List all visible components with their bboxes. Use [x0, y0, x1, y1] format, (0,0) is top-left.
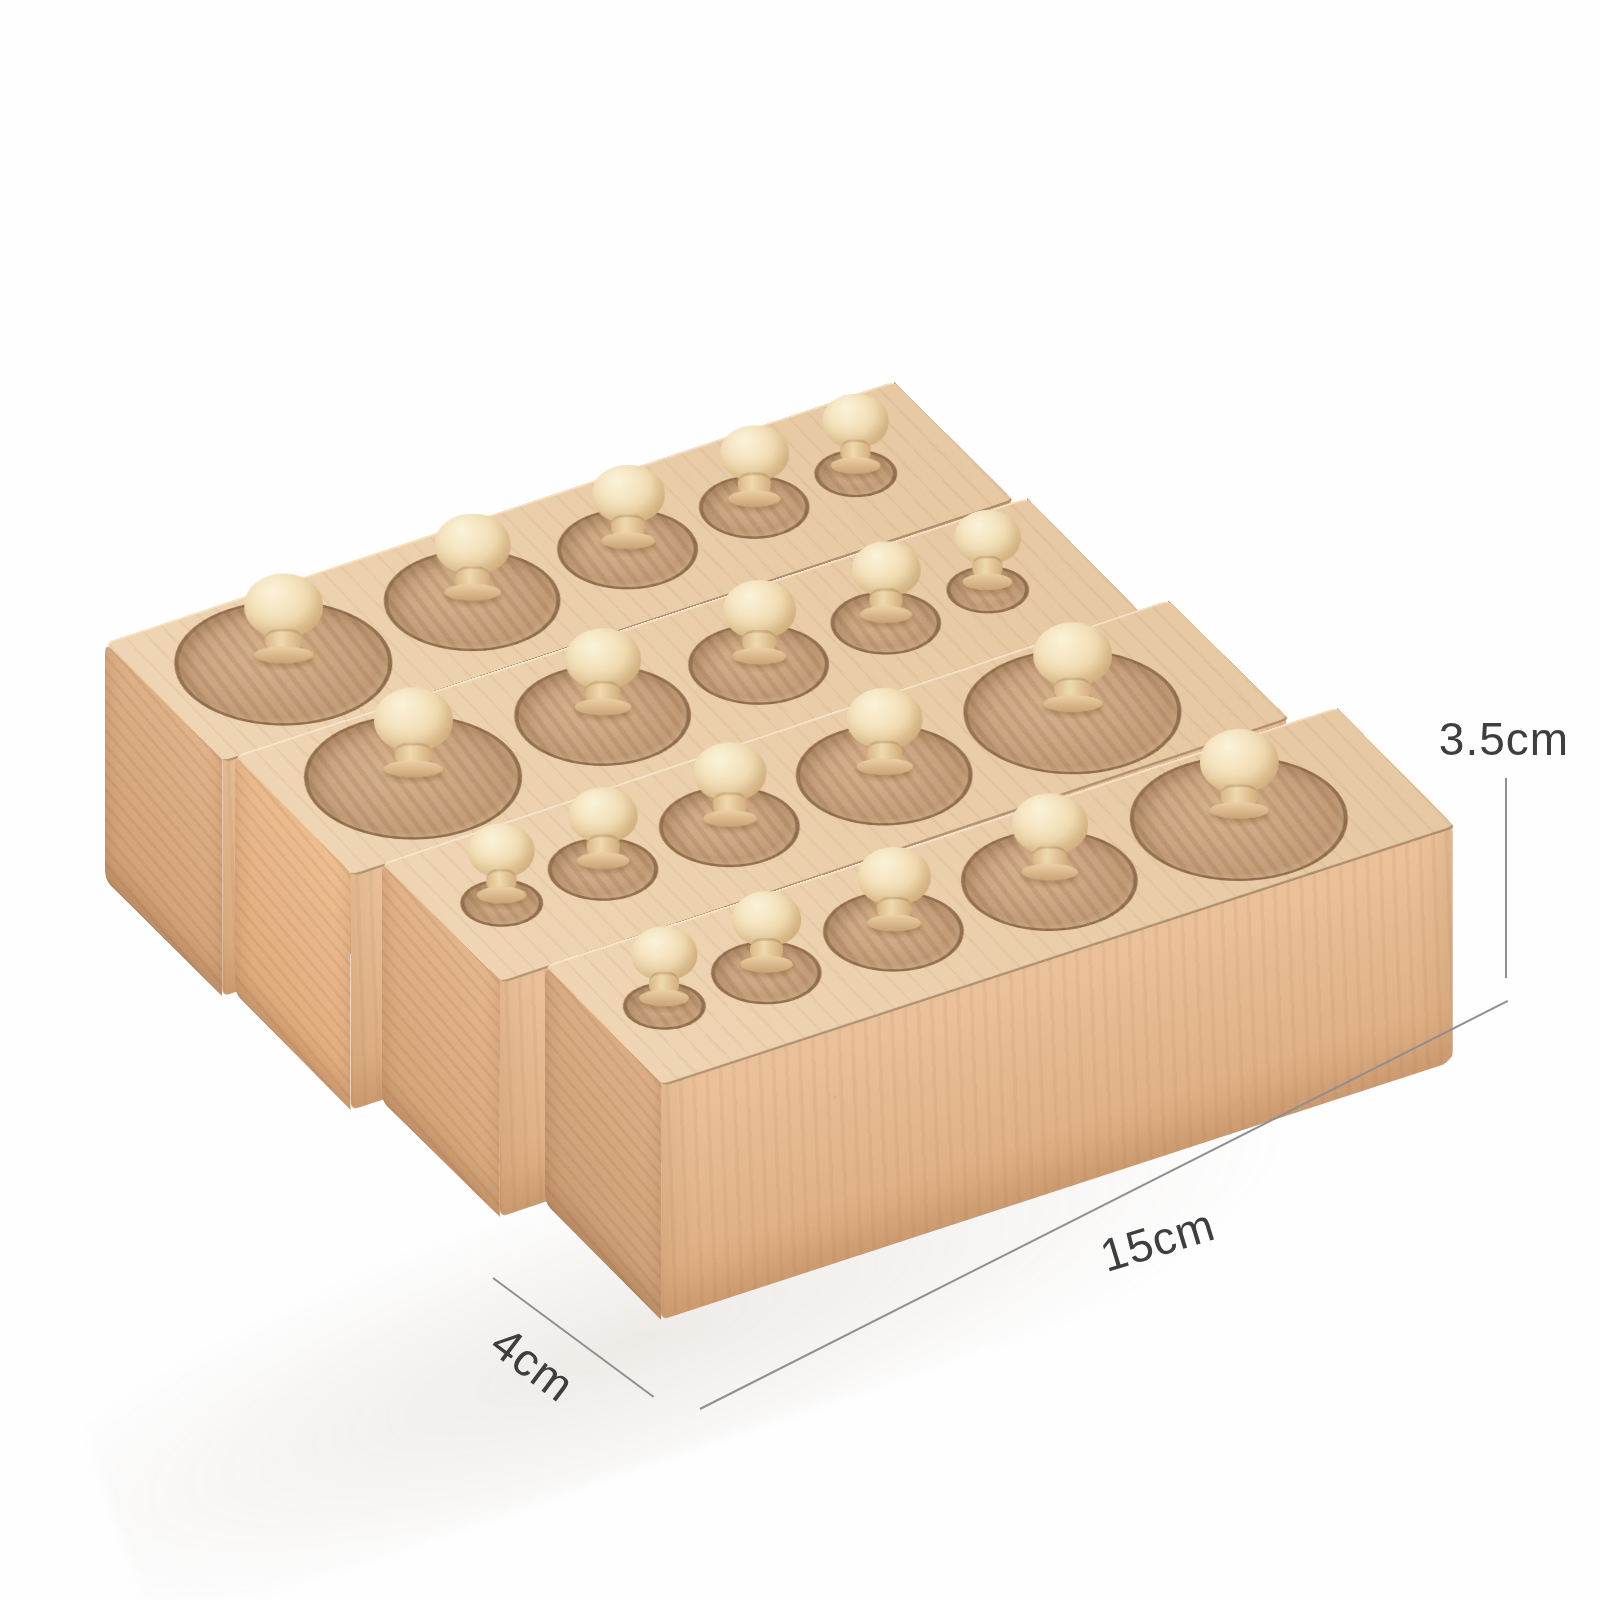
block-1-back-cylinder-knob-2-size-4[interactable] — [434, 514, 510, 601]
block-1-back-cylinder-knob-5-size-1[interactable] — [823, 394, 889, 473]
block-4-front-cylinder-knob-2-size-2[interactable] — [731, 891, 801, 973]
knob-cap — [374, 688, 453, 751]
knob-base-flange — [254, 646, 313, 663]
knob-base-flange — [740, 956, 792, 973]
block-1-back-cylinder-knob-4-size-2[interactable] — [719, 425, 789, 507]
knob-base-flange — [963, 573, 1013, 590]
knob-base-flange — [831, 457, 881, 474]
block-2-middle-back-cylinder-knob-1-size-5[interactable] — [374, 688, 453, 777]
block-3-middle-front-cylinder-knob-5-size-5[interactable] — [1033, 623, 1112, 712]
block-4-front-cylinder-knob-5-size-5[interactable] — [1199, 729, 1278, 818]
product-photo-canvas: 3.5cm 15cm 4cm — [0, 0, 1600, 1600]
block-3-middle-front-cylinder-knob-4-size-4[interactable] — [846, 688, 922, 775]
knob-base-flange — [639, 989, 689, 1006]
knob-base-flange — [1021, 864, 1078, 881]
block-3-middle-front-cylinder-knob-2-size-2[interactable] — [568, 787, 638, 869]
knob-base-flange — [444, 584, 501, 601]
height-dimension-label: 3.5cm — [1434, 712, 1574, 766]
block-1-back-cylinder-knob-3-size-3[interactable] — [591, 465, 664, 549]
block-2-middle-back-cylinder-knob-2-size-4[interactable] — [565, 628, 641, 715]
knob-base-flange — [1043, 695, 1102, 712]
height-dimension-line — [1505, 778, 1507, 978]
block-4-front-cylinder-knob-3-size-3[interactable] — [857, 847, 930, 932]
block-3-middle-front-cylinder-knob-3-size-3[interactable] — [693, 742, 766, 827]
knob-base-flange — [574, 699, 631, 716]
knob-base-flange — [477, 886, 527, 903]
knob-cap — [1200, 729, 1279, 792]
block-2-middle-back-cylinder-knob-3-size-3[interactable] — [722, 580, 795, 665]
knob-base-flange — [856, 758, 913, 775]
knob-cap — [1033, 623, 1112, 686]
knob-base-flange — [600, 533, 654, 550]
knob-base-flange — [728, 491, 780, 508]
knob-base-flange — [1209, 802, 1268, 819]
block-4-front-cylinder-knob-1-size-1[interactable] — [631, 927, 698, 1007]
knob-base-flange — [577, 852, 629, 869]
knob-base-flange — [702, 810, 756, 827]
knob-base-flange — [860, 606, 912, 623]
knob-base-flange — [731, 648, 785, 665]
block-2-middle-back-cylinder-knob-5-size-1[interactable] — [954, 510, 1021, 590]
block-2-middle-back-cylinder-knob-4-size-2[interactable] — [851, 541, 921, 623]
block-3-middle-front-cylinder-knob-1-size-1[interactable] — [468, 824, 535, 904]
block-1-back-cylinder-knob-1-size-5[interactable] — [244, 574, 323, 663]
knob-base-flange — [383, 760, 442, 777]
block-4-front-cylinder-knob-4-size-4[interactable] — [1011, 794, 1087, 881]
knob-base-flange — [866, 915, 920, 932]
knob-cap — [244, 574, 323, 637]
